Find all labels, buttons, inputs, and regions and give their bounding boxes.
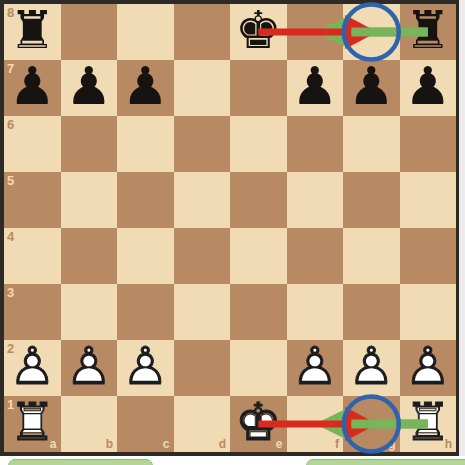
square-c5[interactable] [117,172,174,228]
page-gutter [459,0,465,456]
white-king-outline-glyph: ♔ [230,396,287,448]
square-c6[interactable] [117,116,174,172]
black-pawn-glyph: ♟ [287,60,344,112]
square-a2[interactable]: 2♟♙ [4,340,61,396]
black-rook-glyph: ♜ [400,4,457,56]
white-pawn-outline-glyph: ♙ [4,340,61,392]
black-pawn-glyph: ♟ [343,60,400,112]
piece-black-pawn-a7[interactable]: ♟ [4,60,61,116]
square-g8[interactable] [343,4,400,60]
black-pawn-glyph: ♟ [61,60,118,112]
square-d3[interactable] [174,284,231,340]
piece-white-king-e1[interactable]: ♚♔ [230,396,287,452]
square-g1[interactable]: g [343,396,400,452]
file-label-g: g [388,438,395,450]
piece-white-pawn-f2[interactable]: ♟♙ [287,340,344,396]
piece-black-pawn-b7[interactable]: ♟ [61,60,118,116]
black-pawn-glyph: ♟ [4,60,61,112]
square-a6[interactable]: 6 [4,116,61,172]
square-f1[interactable]: f [287,396,344,452]
black-pawn-glyph: ♟ [400,60,457,112]
square-a5[interactable]: 5 [4,172,61,228]
square-b3[interactable] [61,284,118,340]
square-b6[interactable] [61,116,118,172]
white-pawn-outline-glyph: ♙ [343,340,400,392]
piece-white-pawn-b2[interactable]: ♟♙ [61,340,118,396]
black-rook-glyph: ♜ [4,4,61,56]
white-pawn-outline-glyph: ♙ [400,340,457,392]
square-g7[interactable]: ♟ [343,60,400,116]
rank-label-5: 5 [7,174,14,187]
square-f8[interactable] [287,4,344,60]
square-d1[interactable]: d [174,396,231,452]
black-pawn-glyph: ♟ [117,60,174,112]
square-c8[interactable] [117,4,174,60]
square-c4[interactable] [117,228,174,284]
piece-white-pawn-g2[interactable]: ♟♙ [343,340,400,396]
piece-white-rook-a1[interactable]: ♜♖ [4,396,61,452]
piece-black-king-e8[interactable]: ♚ [230,4,287,60]
square-h3[interactable] [400,284,457,340]
white-pawn-outline-glyph: ♙ [61,340,118,392]
page-background: 8♜♚♜7♟♟♟♟♟♟65432♟♙♟♙♟♙♟♙♟♙♟♙1a♜♖bcde♚♔fg… [0,0,465,465]
square-g3[interactable] [343,284,400,340]
square-f4[interactable] [287,228,344,284]
file-label-c: c [163,438,170,450]
square-e4[interactable] [230,228,287,284]
square-a7[interactable]: 7♟ [4,60,61,116]
square-e5[interactable] [230,172,287,228]
file-label-d: d [219,438,226,450]
square-f6[interactable] [287,116,344,172]
square-d6[interactable] [174,116,231,172]
square-a8[interactable]: 8♜ [4,4,61,60]
square-h6[interactable] [400,116,457,172]
square-f5[interactable] [287,172,344,228]
square-e1[interactable]: e♚♔ [230,396,287,452]
square-d8[interactable] [174,4,231,60]
piece-white-pawn-a2[interactable]: ♟♙ [4,340,61,396]
square-h1[interactable]: h♜♖ [400,396,457,452]
square-c7[interactable]: ♟ [117,60,174,116]
footer-button-right[interactable] [306,459,465,465]
square-c3[interactable] [117,284,174,340]
black-king-glyph: ♚ [230,4,287,56]
square-h4[interactable] [400,228,457,284]
square-d4[interactable] [174,228,231,284]
square-a1[interactable]: 1a♜♖ [4,396,61,452]
square-e6[interactable] [230,116,287,172]
square-a3[interactable]: 3 [4,284,61,340]
piece-black-rook-a8[interactable]: ♜ [4,4,61,60]
square-e7[interactable] [230,60,287,116]
square-b1[interactable]: b [61,396,118,452]
file-label-b: b [106,438,113,450]
white-rook-outline-glyph: ♖ [400,396,457,448]
piece-black-pawn-g7[interactable]: ♟ [343,60,400,116]
square-d7[interactable] [174,60,231,116]
square-h8[interactable]: ♜ [400,4,457,60]
piece-black-pawn-c7[interactable]: ♟ [117,60,174,116]
square-c1[interactable]: c [117,396,174,452]
piece-white-pawn-h2[interactable]: ♟♙ [400,340,457,396]
white-rook-outline-glyph: ♖ [4,396,61,448]
square-h7[interactable]: ♟ [400,60,457,116]
piece-black-rook-h8[interactable]: ♜ [400,4,457,60]
square-g4[interactable] [343,228,400,284]
rank-label-4: 4 [7,230,14,243]
piece-black-pawn-h7[interactable]: ♟ [400,60,457,116]
square-g6[interactable] [343,116,400,172]
square-e2[interactable] [230,340,287,396]
square-d5[interactable] [174,172,231,228]
white-pawn-outline-glyph: ♙ [117,340,174,392]
square-f2[interactable]: ♟♙ [287,340,344,396]
square-e3[interactable] [230,284,287,340]
square-f7[interactable]: ♟ [287,60,344,116]
square-b8[interactable] [61,4,118,60]
rank-label-6: 6 [7,118,14,131]
square-e8[interactable]: ♚ [230,4,287,60]
square-g2[interactable]: ♟♙ [343,340,400,396]
square-b7[interactable]: ♟ [61,60,118,116]
square-h5[interactable] [400,172,457,228]
square-b4[interactable] [61,228,118,284]
square-h2[interactable]: ♟♙ [400,340,457,396]
square-g5[interactable] [343,172,400,228]
square-d2[interactable] [174,340,231,396]
square-b2[interactable]: ♟♙ [61,340,118,396]
square-b5[interactable] [61,172,118,228]
square-c2[interactable]: ♟♙ [117,340,174,396]
chess-board: 8♜♚♜7♟♟♟♟♟♟65432♟♙♟♙♟♙♟♙♟♙♟♙1a♜♖bcde♚♔fg… [0,0,460,456]
white-pawn-outline-glyph: ♙ [287,340,344,392]
piece-black-pawn-f7[interactable]: ♟ [287,60,344,116]
square-f3[interactable] [287,284,344,340]
file-label-f: f [335,438,339,450]
piece-white-pawn-c2[interactable]: ♟♙ [117,340,174,396]
piece-white-rook-h1[interactable]: ♜♖ [400,396,457,452]
square-a4[interactable]: 4 [4,228,61,284]
footer-button-left[interactable] [8,459,153,465]
rank-label-3: 3 [7,286,14,299]
